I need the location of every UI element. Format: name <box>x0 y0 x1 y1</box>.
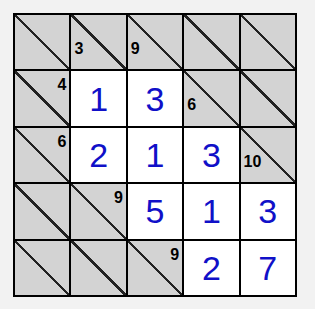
entry-value: 5 <box>146 194 165 228</box>
entry-cell-r2c3[interactable]: 3 <box>184 128 238 182</box>
block-cell-r0c3 <box>184 15 238 69</box>
diagonal-slash-icon <box>184 15 238 69</box>
block-cell-r4c1 <box>71 241 125 295</box>
entry-value: 3 <box>146 82 165 116</box>
diagonal-slash-icon <box>71 241 125 295</box>
clue-cell-r2c4: 10 <box>241 128 295 182</box>
diagonal-slash-icon <box>15 15 69 69</box>
clue-cell-r1c3: 6 <box>184 71 238 125</box>
diagonal-slash-icon <box>241 15 295 69</box>
clue-cell-r2c0: 6 <box>15 128 69 182</box>
entry-cell-r1c1[interactable]: 1 <box>71 71 125 125</box>
across-clue: 9 <box>114 190 123 206</box>
entry-cell-r2c2[interactable]: 1 <box>128 128 182 182</box>
entry-value: 3 <box>258 194 277 228</box>
down-clue: 6 <box>187 97 196 113</box>
kakuro-board: 3941366213109513927 <box>13 13 297 297</box>
block-cell-r3c0 <box>15 184 69 238</box>
across-clue: 4 <box>57 77 66 93</box>
entry-value: 3 <box>202 138 221 172</box>
clue-cell-r4c2: 9 <box>128 241 182 295</box>
entry-cell-r4c4[interactable]: 7 <box>241 241 295 295</box>
block-cell-r0c4 <box>241 15 295 69</box>
down-clue: 10 <box>244 154 262 170</box>
entry-cell-r3c2[interactable]: 5 <box>128 184 182 238</box>
entry-cell-r1c2[interactable]: 3 <box>128 71 182 125</box>
entry-value: 2 <box>89 138 108 172</box>
entry-value: 1 <box>202 194 221 228</box>
across-clue: 6 <box>57 134 66 150</box>
entry-cell-r3c4[interactable]: 3 <box>241 184 295 238</box>
clue-cell-r0c1: 3 <box>71 15 125 69</box>
entry-value: 1 <box>89 82 108 116</box>
block-cell-r0c0 <box>15 15 69 69</box>
down-clue: 3 <box>74 41 83 57</box>
diagonal-slash-icon <box>15 184 69 238</box>
entry-cell-r2c1[interactable]: 2 <box>71 128 125 182</box>
clue-cell-r0c2: 9 <box>128 15 182 69</box>
entry-value: 7 <box>258 251 277 285</box>
block-cell-r1c4 <box>241 71 295 125</box>
down-clue: 9 <box>131 41 140 57</box>
clue-cell-r3c1: 9 <box>71 184 125 238</box>
block-cell-r4c0 <box>15 241 69 295</box>
entry-value: 2 <box>202 251 221 285</box>
entry-value: 1 <box>146 138 165 172</box>
entry-cell-r3c3[interactable]: 1 <box>184 184 238 238</box>
clue-cell-r1c0: 4 <box>15 71 69 125</box>
across-clue: 9 <box>170 247 179 263</box>
diagonal-slash-icon <box>15 241 69 295</box>
entry-cell-r4c3[interactable]: 2 <box>184 241 238 295</box>
diagonal-slash-icon <box>241 71 295 125</box>
